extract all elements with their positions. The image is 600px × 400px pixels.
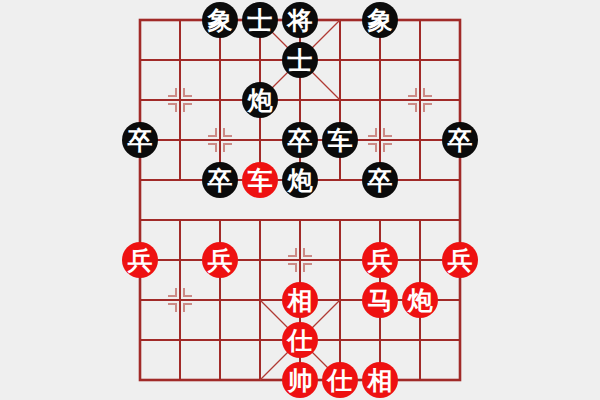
piece-red-elephant-2[interactable]: 相 — [362, 362, 398, 398]
piece-black-chariot-1[interactable]: 车 — [322, 122, 358, 158]
piece-black-soldier-3[interactable]: 卒 — [442, 122, 478, 158]
piece-red-horse-1[interactable]: 马 — [362, 282, 398, 318]
piece-red-soldier-1[interactable]: 兵 — [122, 242, 158, 278]
piece-black-elephant-1[interactable]: 象 — [202, 2, 238, 38]
piece-black-soldier-1[interactable]: 卒 — [122, 122, 158, 158]
piece-red-soldier-3[interactable]: 兵 — [362, 242, 398, 278]
piece-black-general[interactable]: 将 — [282, 2, 318, 38]
piece-red-cannon-1[interactable]: 炮 — [402, 282, 438, 318]
xiangqi-app: 象士将象士炮卒卒车卒卒车炮卒兵兵兵兵相马炮仕帅仕相 — [0, 0, 600, 400]
piece-red-soldier-2[interactable]: 兵 — [202, 242, 238, 278]
piece-red-elephant-1[interactable]: 相 — [282, 282, 318, 318]
piece-black-advisor-2[interactable]: 士 — [282, 42, 318, 78]
piece-red-advisor-2[interactable]: 仕 — [322, 362, 358, 398]
piece-black-advisor-1[interactable]: 士 — [242, 2, 278, 38]
piece-black-cannon-1[interactable]: 炮 — [242, 82, 278, 118]
piece-black-soldier-2[interactable]: 卒 — [282, 122, 318, 158]
piece-black-soldier-4[interactable]: 卒 — [202, 162, 238, 198]
piece-black-cannon-2[interactable]: 炮 — [282, 162, 318, 198]
piece-black-elephant-2[interactable]: 象 — [362, 2, 398, 38]
piece-red-general[interactable]: 帅 — [282, 362, 318, 398]
piece-black-soldier-5[interactable]: 卒 — [362, 162, 398, 198]
piece-red-soldier-4[interactable]: 兵 — [442, 242, 478, 278]
piece-red-advisor-1[interactable]: 仕 — [282, 322, 318, 358]
piece-red-chariot-1[interactable]: 车 — [242, 162, 278, 198]
xiangqi-board-grid[interactable]: 象士将象士炮卒卒车卒卒车炮卒兵兵兵兵相马炮仕帅仕相 — [120, 0, 480, 400]
